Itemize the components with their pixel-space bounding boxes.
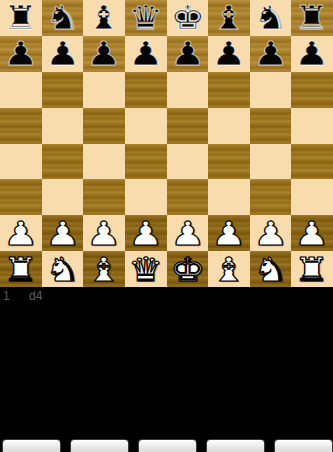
piece-black-bishop[interactable]: ♝ <box>211 1 246 34</box>
piece-white-pawn[interactable]: ♟ <box>211 217 246 250</box>
piece-black-queen[interactable]: ♛ <box>128 1 163 34</box>
square-c7[interactable]: ♟ <box>83 36 125 72</box>
piece-white-pawn[interactable]: ♟ <box>3 217 38 250</box>
piece-black-pawn[interactable]: ♟ <box>170 37 205 70</box>
square-b2[interactable]: ♟ <box>42 215 84 251</box>
square-e6[interactable] <box>167 72 209 108</box>
piece-white-knight[interactable]: ♞ <box>45 253 80 286</box>
square-a4[interactable] <box>0 144 42 180</box>
move-list-row: 1d4 <box>0 287 333 303</box>
square-h1[interactable]: ♜ <box>291 251 333 287</box>
move-white-san: d4 <box>29 290 42 303</box>
square-g8[interactable]: ♞ <box>250 0 292 36</box>
piece-black-rook[interactable]: ♜ <box>295 1 330 34</box>
piece-white-pawn[interactable]: ♟ <box>170 217 205 250</box>
square-e1[interactable]: ♚ <box>167 251 209 287</box>
square-c6[interactable] <box>83 72 125 108</box>
toolbar-button-5[interactable] <box>274 439 333 452</box>
piece-white-rook[interactable]: ♜ <box>3 253 38 286</box>
piece-white-bishop[interactable]: ♝ <box>87 253 122 286</box>
square-a1[interactable]: ♜ <box>0 251 42 287</box>
square-b7[interactable]: ♟ <box>42 36 84 72</box>
square-d2[interactable]: ♟ <box>125 215 167 251</box>
square-c8[interactable]: ♝ <box>83 0 125 36</box>
square-f1[interactable]: ♝ <box>208 251 250 287</box>
move-number: 1 <box>3 290 29 303</box>
piece-white-bishop[interactable]: ♝ <box>211 253 246 286</box>
square-g7[interactable]: ♟ <box>250 36 292 72</box>
square-b5[interactable] <box>42 108 84 144</box>
bottom-toolbar <box>0 439 333 452</box>
piece-black-knight[interactable]: ♞ <box>45 1 80 34</box>
square-e2[interactable]: ♟ <box>167 215 209 251</box>
square-b6[interactable] <box>42 72 84 108</box>
square-h6[interactable] <box>291 72 333 108</box>
piece-black-knight[interactable]: ♞ <box>253 1 288 34</box>
square-e3[interactable] <box>167 179 209 215</box>
square-d8[interactable]: ♛ <box>125 0 167 36</box>
square-h5[interactable] <box>291 108 333 144</box>
square-h2[interactable]: ♟ <box>291 215 333 251</box>
toolbar-button-1[interactable] <box>2 439 61 452</box>
piece-white-knight[interactable]: ♞ <box>253 253 288 286</box>
square-e8[interactable]: ♚ <box>167 0 209 36</box>
square-g4[interactable] <box>250 144 292 180</box>
piece-black-king[interactable]: ♚ <box>170 1 205 34</box>
square-d3[interactable] <box>125 179 167 215</box>
square-c3[interactable] <box>83 179 125 215</box>
square-a6[interactable] <box>0 72 42 108</box>
square-b4[interactable] <box>42 144 84 180</box>
square-e7[interactable]: ♟ <box>167 36 209 72</box>
piece-black-bishop[interactable]: ♝ <box>87 1 122 34</box>
piece-white-pawn[interactable]: ♟ <box>253 217 288 250</box>
piece-white-pawn[interactable]: ♟ <box>128 217 163 250</box>
square-b1[interactable]: ♞ <box>42 251 84 287</box>
square-h7[interactable]: ♟ <box>291 36 333 72</box>
square-a2[interactable]: ♟ <box>0 215 42 251</box>
toolbar-button-4[interactable] <box>206 439 265 452</box>
square-e5[interactable] <box>167 108 209 144</box>
piece-black-pawn[interactable]: ♟ <box>87 37 122 70</box>
square-g6[interactable] <box>250 72 292 108</box>
piece-black-pawn[interactable]: ♟ <box>295 37 330 70</box>
square-f5[interactable] <box>208 108 250 144</box>
square-d1[interactable]: ♛ <box>125 251 167 287</box>
piece-white-pawn[interactable]: ♟ <box>87 217 122 250</box>
square-f3[interactable] <box>208 179 250 215</box>
square-a3[interactable] <box>0 179 42 215</box>
square-h4[interactable] <box>291 144 333 180</box>
square-g2[interactable]: ♟ <box>250 215 292 251</box>
piece-white-queen[interactable]: ♛ <box>128 253 163 286</box>
square-e4[interactable] <box>167 144 209 180</box>
square-b3[interactable] <box>42 179 84 215</box>
piece-white-pawn[interactable]: ♟ <box>45 217 80 250</box>
toolbar-button-3[interactable] <box>138 439 197 452</box>
piece-white-rook[interactable]: ♜ <box>295 253 330 286</box>
square-a5[interactable] <box>0 108 42 144</box>
square-f4[interactable] <box>208 144 250 180</box>
square-f2[interactable]: ♟ <box>208 215 250 251</box>
square-c1[interactable]: ♝ <box>83 251 125 287</box>
square-c2[interactable]: ♟ <box>83 215 125 251</box>
square-g1[interactable]: ♞ <box>250 251 292 287</box>
square-d5[interactable] <box>125 108 167 144</box>
piece-black-rook[interactable]: ♜ <box>3 1 38 34</box>
piece-white-king[interactable]: ♚ <box>170 253 205 286</box>
square-a7[interactable]: ♟ <box>0 36 42 72</box>
square-c5[interactable] <box>83 108 125 144</box>
chess-board[interactable]: ♜♞♝♛♚♝♞♜♟♟♟♟♟♟♟♟♟♟♟♟♟♟♟♟♜♞♝♛♚♝♞♜ <box>0 0 333 287</box>
piece-black-pawn[interactable]: ♟ <box>128 37 163 70</box>
square-a8[interactable]: ♜ <box>0 0 42 36</box>
square-f8[interactable]: ♝ <box>208 0 250 36</box>
square-f6[interactable] <box>208 72 250 108</box>
chess-app: ♜♞♝♛♚♝♞♜♟♟♟♟♟♟♟♟♟♟♟♟♟♟♟♟♜♞♝♛♚♝♞♜ 1d4 <box>0 0 333 452</box>
piece-black-pawn[interactable]: ♟ <box>211 37 246 70</box>
square-d4[interactable] <box>125 144 167 180</box>
square-g3[interactable] <box>250 179 292 215</box>
piece-black-pawn[interactable]: ♟ <box>45 37 80 70</box>
square-h8[interactable]: ♜ <box>291 0 333 36</box>
square-c4[interactable] <box>83 144 125 180</box>
move-list-panel: 1d4 <box>0 287 333 452</box>
square-f7[interactable]: ♟ <box>208 36 250 72</box>
piece-black-pawn[interactable]: ♟ <box>253 37 288 70</box>
toolbar-button-2[interactable] <box>70 439 129 452</box>
piece-white-pawn[interactable]: ♟ <box>295 217 330 250</box>
square-d7[interactable]: ♟ <box>125 36 167 72</box>
square-g5[interactable] <box>250 108 292 144</box>
square-h3[interactable] <box>291 179 333 215</box>
square-d6[interactable] <box>125 72 167 108</box>
square-b8[interactable]: ♞ <box>42 0 84 36</box>
piece-black-pawn[interactable]: ♟ <box>3 37 38 70</box>
